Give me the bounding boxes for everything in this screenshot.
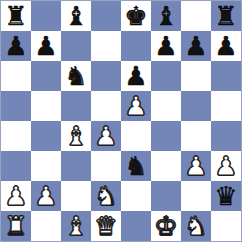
square-g7[interactable]: ♟ — [181, 31, 211, 61]
square-d4[interactable]: ♟ — [91, 121, 121, 151]
square-e5[interactable]: ♟ — [121, 91, 151, 121]
black-pawn: ♟ — [184, 31, 207, 61]
black-pawn: ♟ — [34, 31, 57, 61]
square-e6[interactable]: ♟ — [121, 61, 151, 91]
square-a1[interactable]: ♜ — [1, 211, 31, 241]
square-c5[interactable] — [61, 91, 91, 121]
black-pawn: ♟ — [154, 31, 177, 61]
black-pawn: ♟ — [124, 61, 147, 91]
square-h2[interactable]: ♛ — [211, 181, 241, 211]
white-pawn: ♟ — [94, 121, 117, 151]
white-rook: ♜ — [4, 211, 27, 241]
white-king: ♚ — [154, 211, 177, 241]
square-b5[interactable] — [31, 91, 61, 121]
square-a3[interactable] — [1, 151, 31, 181]
square-h1[interactable] — [211, 211, 241, 241]
black-rook: ♜ — [214, 1, 237, 31]
square-d3[interactable] — [91, 151, 121, 181]
square-g1[interactable]: ♞ — [181, 211, 211, 241]
square-b1[interactable] — [31, 211, 61, 241]
white-knight: ♞ — [184, 211, 207, 241]
square-b7[interactable]: ♟ — [31, 31, 61, 61]
white-knight: ♞ — [94, 181, 117, 211]
black-pawn: ♟ — [4, 31, 27, 61]
square-a6[interactable] — [1, 61, 31, 91]
black-knight: ♞ — [124, 151, 147, 181]
square-a7[interactable]: ♟ — [1, 31, 31, 61]
white-pawn: ♟ — [124, 91, 147, 121]
square-f5[interactable] — [151, 91, 181, 121]
square-h6[interactable] — [211, 61, 241, 91]
square-c7[interactable] — [61, 31, 91, 61]
square-c1[interactable]: ♝ — [61, 211, 91, 241]
black-bishop: ♝ — [64, 1, 87, 31]
black-pawn: ♟ — [214, 31, 237, 61]
black-queen: ♛ — [214, 181, 237, 211]
square-f4[interactable] — [151, 121, 181, 151]
square-f7[interactable]: ♟ — [151, 31, 181, 61]
square-d2[interactable]: ♞ — [91, 181, 121, 211]
square-h4[interactable] — [211, 121, 241, 151]
square-h8[interactable]: ♜ — [211, 1, 241, 31]
square-e7[interactable] — [121, 31, 151, 61]
white-bishop: ♝ — [64, 211, 87, 241]
square-h5[interactable] — [211, 91, 241, 121]
square-a5[interactable] — [1, 91, 31, 121]
square-e8[interactable]: ♚ — [121, 1, 151, 31]
square-g2[interactable] — [181, 181, 211, 211]
square-c3[interactable] — [61, 151, 91, 181]
square-d1[interactable]: ♛ — [91, 211, 121, 241]
square-f1[interactable]: ♚ — [151, 211, 181, 241]
white-bishop: ♝ — [64, 121, 87, 151]
black-bishop: ♝ — [154, 1, 177, 31]
square-g6[interactable] — [181, 61, 211, 91]
white-queen: ♛ — [94, 211, 117, 241]
square-e3[interactable]: ♞ — [121, 151, 151, 181]
square-d8[interactable] — [91, 1, 121, 31]
square-d6[interactable] — [91, 61, 121, 91]
white-pawn: ♟ — [184, 151, 207, 181]
square-f8[interactable]: ♝ — [151, 1, 181, 31]
square-e2[interactable] — [121, 181, 151, 211]
square-b2[interactable]: ♟ — [31, 181, 61, 211]
square-f3[interactable] — [151, 151, 181, 181]
square-g4[interactable] — [181, 121, 211, 151]
square-a8[interactable]: ♜ — [1, 1, 31, 31]
square-h7[interactable]: ♟ — [211, 31, 241, 61]
square-c4[interactable]: ♝ — [61, 121, 91, 151]
square-f2[interactable] — [151, 181, 181, 211]
square-a4[interactable] — [1, 121, 31, 151]
square-e4[interactable] — [121, 121, 151, 151]
square-e1[interactable] — [121, 211, 151, 241]
black-knight: ♞ — [64, 61, 87, 91]
square-c8[interactable]: ♝ — [61, 1, 91, 31]
square-d5[interactable] — [91, 91, 121, 121]
white-pawn: ♟ — [214, 151, 237, 181]
square-g3[interactable]: ♟ — [181, 151, 211, 181]
square-f6[interactable] — [151, 61, 181, 91]
chess-board: ♜♝♚♝♜♟♟♟♟♟♞♟♟♝♟♞♟♟♟♟♞♛♜♝♛♚♞ — [0, 0, 242, 242]
square-b8[interactable] — [31, 1, 61, 31]
square-h3[interactable]: ♟ — [211, 151, 241, 181]
white-pawn: ♟ — [4, 181, 27, 211]
square-g5[interactable] — [181, 91, 211, 121]
white-pawn: ♟ — [34, 181, 57, 211]
square-c6[interactable]: ♞ — [61, 61, 91, 91]
black-king: ♚ — [124, 1, 147, 31]
square-g8[interactable] — [181, 1, 211, 31]
square-b3[interactable] — [31, 151, 61, 181]
square-b4[interactable] — [31, 121, 61, 151]
square-a2[interactable]: ♟ — [1, 181, 31, 211]
black-rook: ♜ — [4, 1, 27, 31]
square-b6[interactable] — [31, 61, 61, 91]
square-d7[interactable] — [91, 31, 121, 61]
square-c2[interactable] — [61, 181, 91, 211]
